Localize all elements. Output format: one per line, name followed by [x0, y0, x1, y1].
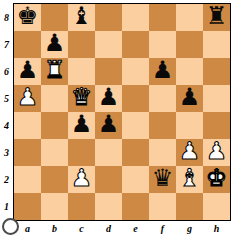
square-g2[interactable]: ♝ [176, 166, 203, 193]
black-pawn[interactable]: ♟ [98, 84, 120, 111]
white-pawn[interactable]: ♟ [71, 165, 93, 192]
square-e5[interactable] [122, 85, 149, 112]
square-g7[interactable] [176, 31, 203, 58]
file-label-g: g [176, 220, 203, 236]
black-king[interactable]: ♚ [17, 3, 39, 30]
square-c6[interactable] [68, 58, 95, 85]
square-g8[interactable] [176, 4, 203, 31]
square-c5[interactable]: ♛ [68, 85, 95, 112]
rank-label-4: 4 [0, 112, 13, 139]
square-f8[interactable] [149, 4, 176, 31]
square-e3[interactable] [122, 139, 149, 166]
white-queen[interactable]: ♛ [71, 84, 93, 111]
square-h1[interactable] [203, 193, 230, 220]
square-f1[interactable] [149, 193, 176, 220]
black-pawn[interactable]: ♟ [98, 111, 120, 138]
rank-label-1: 1 [0, 193, 13, 220]
square-g5[interactable]: ♟ [176, 85, 203, 112]
white-pawn[interactable]: ♟ [179, 138, 201, 165]
square-a8[interactable]: ♚ [14, 4, 41, 31]
side-to-move-indicator [2, 218, 19, 235]
square-h5[interactable] [203, 85, 230, 112]
square-e2[interactable] [122, 166, 149, 193]
square-d1[interactable] [95, 193, 122, 220]
square-b4[interactable] [41, 112, 68, 139]
square-h4[interactable] [203, 112, 230, 139]
square-c2[interactable]: ♟ [68, 166, 95, 193]
file-label-d: d [95, 220, 122, 236]
square-f3[interactable] [149, 139, 176, 166]
square-a1[interactable] [14, 193, 41, 220]
square-d6[interactable] [95, 58, 122, 85]
square-h8[interactable]: ♜ [203, 4, 230, 31]
square-c1[interactable] [68, 193, 95, 220]
rank-label-2: 2 [0, 166, 13, 193]
square-h3[interactable]: ♟ [203, 139, 230, 166]
square-d5[interactable]: ♟ [95, 85, 122, 112]
square-b2[interactable] [41, 166, 68, 193]
square-d7[interactable] [95, 31, 122, 58]
square-c3[interactable] [68, 139, 95, 166]
square-d2[interactable] [95, 166, 122, 193]
white-pawn[interactable]: ♟ [17, 84, 39, 111]
square-a3[interactable] [14, 139, 41, 166]
rank-labels: 87654321 [0, 4, 13, 220]
file-label-c: c [68, 220, 95, 236]
square-c8[interactable]: ♝ [68, 4, 95, 31]
file-label-f: f [149, 220, 176, 236]
square-a4[interactable] [14, 112, 41, 139]
square-f6[interactable]: ♟ [149, 58, 176, 85]
rank-label-6: 6 [0, 58, 13, 85]
chess-board: ♚♝♜♟♟♜♟♟♛♟♟♟♟♟♟♟♛♝♚ [13, 3, 231, 221]
square-b7[interactable]: ♟ [41, 31, 68, 58]
square-f7[interactable] [149, 31, 176, 58]
black-pawn[interactable]: ♟ [179, 84, 201, 111]
square-g3[interactable]: ♟ [176, 139, 203, 166]
square-h2[interactable]: ♚ [203, 166, 230, 193]
white-king[interactable]: ♚ [206, 165, 228, 192]
file-label-e: e [122, 220, 149, 236]
square-h6[interactable] [203, 58, 230, 85]
black-pawn[interactable]: ♟ [17, 57, 39, 84]
file-label-b: b [41, 220, 68, 236]
square-a5[interactable]: ♟ [14, 85, 41, 112]
black-bishop[interactable]: ♝ [71, 3, 93, 30]
square-f4[interactable] [149, 112, 176, 139]
square-c7[interactable] [68, 31, 95, 58]
square-a6[interactable]: ♟ [14, 58, 41, 85]
square-f5[interactable] [149, 85, 176, 112]
square-d3[interactable] [95, 139, 122, 166]
square-b6[interactable]: ♜ [41, 58, 68, 85]
square-d4[interactable]: ♟ [95, 112, 122, 139]
black-rook[interactable]: ♜ [206, 3, 228, 30]
black-queen[interactable]: ♛ [152, 165, 174, 192]
square-b5[interactable] [41, 85, 68, 112]
square-g1[interactable] [176, 193, 203, 220]
black-pawn[interactable]: ♟ [44, 30, 66, 57]
black-pawn[interactable]: ♟ [71, 111, 93, 138]
white-rook[interactable]: ♜ [44, 57, 66, 84]
square-e4[interactable] [122, 112, 149, 139]
file-labels: abcdefgh [14, 220, 230, 236]
square-a2[interactable] [14, 166, 41, 193]
rank-label-8: 8 [0, 4, 13, 31]
square-g4[interactable] [176, 112, 203, 139]
square-b8[interactable] [41, 4, 68, 31]
square-b1[interactable] [41, 193, 68, 220]
white-bishop[interactable]: ♝ [179, 165, 201, 192]
black-pawn[interactable]: ♟ [152, 57, 174, 84]
square-e6[interactable] [122, 58, 149, 85]
white-pawn[interactable]: ♟ [206, 138, 228, 165]
rank-label-3: 3 [0, 139, 13, 166]
square-c4[interactable]: ♟ [68, 112, 95, 139]
rank-label-7: 7 [0, 31, 13, 58]
square-d8[interactable] [95, 4, 122, 31]
rank-label-5: 5 [0, 85, 13, 112]
square-f2[interactable]: ♛ [149, 166, 176, 193]
square-e7[interactable] [122, 31, 149, 58]
square-g6[interactable] [176, 58, 203, 85]
square-e1[interactable] [122, 193, 149, 220]
square-e8[interactable] [122, 4, 149, 31]
file-label-h: h [203, 220, 230, 236]
square-a7[interactable] [14, 31, 41, 58]
square-h7[interactable] [203, 31, 230, 58]
square-b3[interactable] [41, 139, 68, 166]
chess-diagram: 87654321 ♚♝♜♟♟♜♟♟♛♟♟♟♟♟♟♟♛♝♚ abcdefgh [0, 0, 236, 236]
